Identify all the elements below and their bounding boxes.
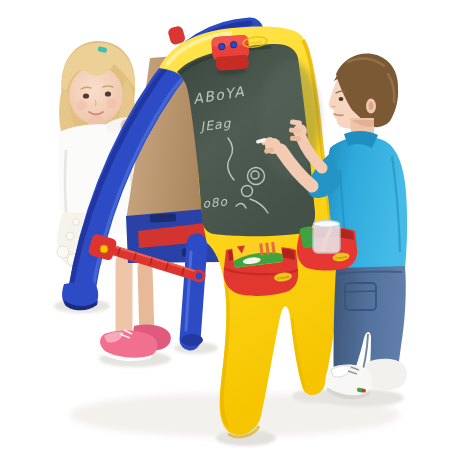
crossbar-yellow-button bbox=[100, 245, 108, 253]
underside-slot-1 bbox=[150, 213, 176, 222]
clip-dot-left bbox=[218, 43, 225, 50]
blue-back-foot bbox=[181, 334, 203, 346]
girl-blush-left bbox=[77, 100, 87, 110]
crossbar-blue-button bbox=[196, 273, 203, 280]
photo-stage: ABoYA JEag o8o Crayola bbox=[0, 0, 460, 460]
chalk-line-3: o8o bbox=[202, 194, 229, 211]
easel-scene: ABoYA JEag o8o Crayola bbox=[0, 0, 460, 460]
clip-dot-right bbox=[230, 41, 237, 48]
boy-grip-finger-3 bbox=[290, 136, 301, 142]
boy-eye bbox=[339, 97, 344, 101]
jeans-pocket-flap bbox=[345, 291, 376, 292]
clear-cup bbox=[313, 221, 340, 253]
girl-eye-right bbox=[105, 91, 111, 96]
clip-lower-lip bbox=[215, 55, 249, 71]
girl-blush-right bbox=[106, 98, 116, 108]
cup-rim bbox=[314, 221, 340, 228]
girl-eye-left bbox=[83, 93, 89, 98]
blue-frame-red-knob bbox=[167, 25, 186, 45]
boy-ear-inner bbox=[369, 102, 374, 110]
